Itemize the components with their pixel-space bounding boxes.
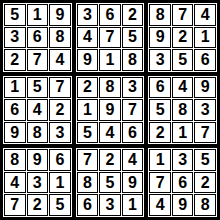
sudoku-cell-r9c8[interactable]: 9 <box>172 194 194 216</box>
sudoku-cell-r5c5[interactable]: 9 <box>99 99 121 121</box>
sudoku-cell-r9c4[interactable]: 6 <box>77 194 99 216</box>
sudoku-cell-r2c7[interactable]: 9 <box>149 27 171 49</box>
sudoku-cell-r4c9[interactable]: 9 <box>194 77 216 99</box>
sudoku-cell-r2c8[interactable]: 2 <box>172 27 194 49</box>
sudoku-cell-r7c4[interactable]: 7 <box>77 149 99 171</box>
sudoku-cell-r4c6[interactable]: 3 <box>122 77 144 99</box>
sudoku-cell-r8c6[interactable]: 9 <box>122 172 144 194</box>
sudoku-cell-r2c3[interactable]: 8 <box>49 27 71 49</box>
sudoku-cell-r6c2[interactable]: 8 <box>27 122 49 144</box>
sudoku-cell-r7c9[interactable]: 5 <box>194 149 216 171</box>
sudoku-cell-r8c2[interactable]: 3 <box>27 172 49 194</box>
sudoku-cell-r6c1[interactable]: 9 <box>4 122 26 144</box>
sudoku-cell-r9c3[interactable]: 5 <box>49 194 71 216</box>
sudoku-cell-r4c5[interactable]: 8 <box>99 77 121 99</box>
sudoku-cell-r1c3[interactable]: 9 <box>49 4 71 26</box>
sudoku-cell-r2c2[interactable]: 6 <box>27 27 49 49</box>
sudoku-cell-r6c8[interactable]: 1 <box>172 122 194 144</box>
sudoku-cell-r8c9[interactable]: 2 <box>194 172 216 194</box>
sudoku-cell-r8c7[interactable]: 7 <box>149 172 171 194</box>
sudoku-cell-r6c3[interactable]: 3 <box>49 122 71 144</box>
sudoku-block-7: 724859631 <box>76 148 145 217</box>
sudoku-block-1: 362475918 <box>76 3 145 72</box>
sudoku-cell-r3c6[interactable]: 8 <box>122 49 144 71</box>
sudoku-cell-r3c1[interactable]: 2 <box>4 49 26 71</box>
sudoku-cell-r5c2[interactable]: 4 <box>27 99 49 121</box>
sudoku-cell-r2c4[interactable]: 4 <box>77 27 99 49</box>
sudoku-cell-r1c9[interactable]: 4 <box>194 4 216 26</box>
sudoku-block-8: 135762498 <box>148 148 217 217</box>
sudoku-cell-r7c8[interactable]: 3 <box>172 149 194 171</box>
sudoku-cell-r7c5[interactable]: 2 <box>99 149 121 171</box>
sudoku-cell-r6c4[interactable]: 5 <box>77 122 99 144</box>
sudoku-cell-r5c7[interactable]: 5 <box>149 99 171 121</box>
sudoku-cell-r1c5[interactable]: 6 <box>99 4 121 26</box>
sudoku-cell-r8c1[interactable]: 4 <box>4 172 26 194</box>
sudoku-cell-r9c6[interactable]: 1 <box>122 194 144 216</box>
sudoku-cell-r8c3[interactable]: 1 <box>49 172 71 194</box>
sudoku-cell-r8c8[interactable]: 6 <box>172 172 194 194</box>
sudoku-cell-r1c1[interactable]: 5 <box>4 4 26 26</box>
sudoku-cell-r4c7[interactable]: 6 <box>149 77 171 99</box>
sudoku-block-3: 157642983 <box>3 76 72 145</box>
sudoku-cell-r2c6[interactable]: 5 <box>122 27 144 49</box>
sudoku-cell-r7c7[interactable]: 1 <box>149 149 171 171</box>
sudoku-cell-r5c6[interactable]: 7 <box>122 99 144 121</box>
sudoku-cell-r6c7[interactable]: 2 <box>149 122 171 144</box>
sudoku-cell-r2c9[interactable]: 1 <box>194 27 216 49</box>
sudoku-cell-r5c9[interactable]: 3 <box>194 99 216 121</box>
sudoku-cell-r7c3[interactable]: 6 <box>49 149 71 171</box>
sudoku-cell-r9c9[interactable]: 8 <box>194 194 216 216</box>
sudoku-cell-r3c9[interactable]: 6 <box>194 49 216 71</box>
sudoku-cell-r3c3[interactable]: 4 <box>49 49 71 71</box>
sudoku-cell-r3c2[interactable]: 7 <box>27 49 49 71</box>
sudoku-block-2: 874921356 <box>148 3 217 72</box>
sudoku-cell-r1c2[interactable]: 1 <box>27 4 49 26</box>
sudoku-block-5: 649583217 <box>148 76 217 145</box>
sudoku-cell-r3c4[interactable]: 9 <box>77 49 99 71</box>
sudoku-cell-r3c8[interactable]: 5 <box>172 49 194 71</box>
sudoku-cell-r9c2[interactable]: 2 <box>27 194 49 216</box>
sudoku-cell-r5c4[interactable]: 1 <box>77 99 99 121</box>
sudoku-cell-r9c1[interactable]: 7 <box>4 194 26 216</box>
sudoku-cell-r6c6[interactable]: 6 <box>122 122 144 144</box>
sudoku-cell-r5c3[interactable]: 2 <box>49 99 71 121</box>
sudoku-block-0: 519368274 <box>3 3 72 72</box>
sudoku-block-6: 896431725 <box>3 148 72 217</box>
sudoku-cell-r3c5[interactable]: 1 <box>99 49 121 71</box>
sudoku-cell-r6c9[interactable]: 7 <box>194 122 216 144</box>
sudoku-board: 519368274 362475918 874921356 157642983 … <box>0 0 220 220</box>
sudoku-cell-r7c6[interactable]: 4 <box>122 149 144 171</box>
sudoku-cell-r3c7[interactable]: 3 <box>149 49 171 71</box>
sudoku-cell-r7c1[interactable]: 8 <box>4 149 26 171</box>
sudoku-cell-r4c2[interactable]: 5 <box>27 77 49 99</box>
sudoku-cell-r1c7[interactable]: 8 <box>149 4 171 26</box>
sudoku-cell-r6c5[interactable]: 4 <box>99 122 121 144</box>
sudoku-cell-r9c5[interactable]: 3 <box>99 194 121 216</box>
sudoku-cell-r4c8[interactable]: 4 <box>172 77 194 99</box>
sudoku-cell-r1c6[interactable]: 2 <box>122 4 144 26</box>
sudoku-cell-r5c1[interactable]: 6 <box>4 99 26 121</box>
sudoku-cell-r7c2[interactable]: 9 <box>27 149 49 171</box>
sudoku-cell-r4c3[interactable]: 7 <box>49 77 71 99</box>
sudoku-cell-r8c4[interactable]: 8 <box>77 172 99 194</box>
sudoku-cell-r8c5[interactable]: 5 <box>99 172 121 194</box>
sudoku-cell-r2c1[interactable]: 3 <box>4 27 26 49</box>
sudoku-cell-r2c5[interactable]: 7 <box>99 27 121 49</box>
sudoku-cell-r1c8[interactable]: 7 <box>172 4 194 26</box>
sudoku-cell-r5c8[interactable]: 8 <box>172 99 194 121</box>
sudoku-cell-r1c4[interactable]: 3 <box>77 4 99 26</box>
sudoku-cell-r9c7[interactable]: 4 <box>149 194 171 216</box>
sudoku-cell-r4c1[interactable]: 1 <box>4 77 26 99</box>
sudoku-cell-r4c4[interactable]: 2 <box>77 77 99 99</box>
sudoku-block-4: 283197546 <box>76 76 145 145</box>
